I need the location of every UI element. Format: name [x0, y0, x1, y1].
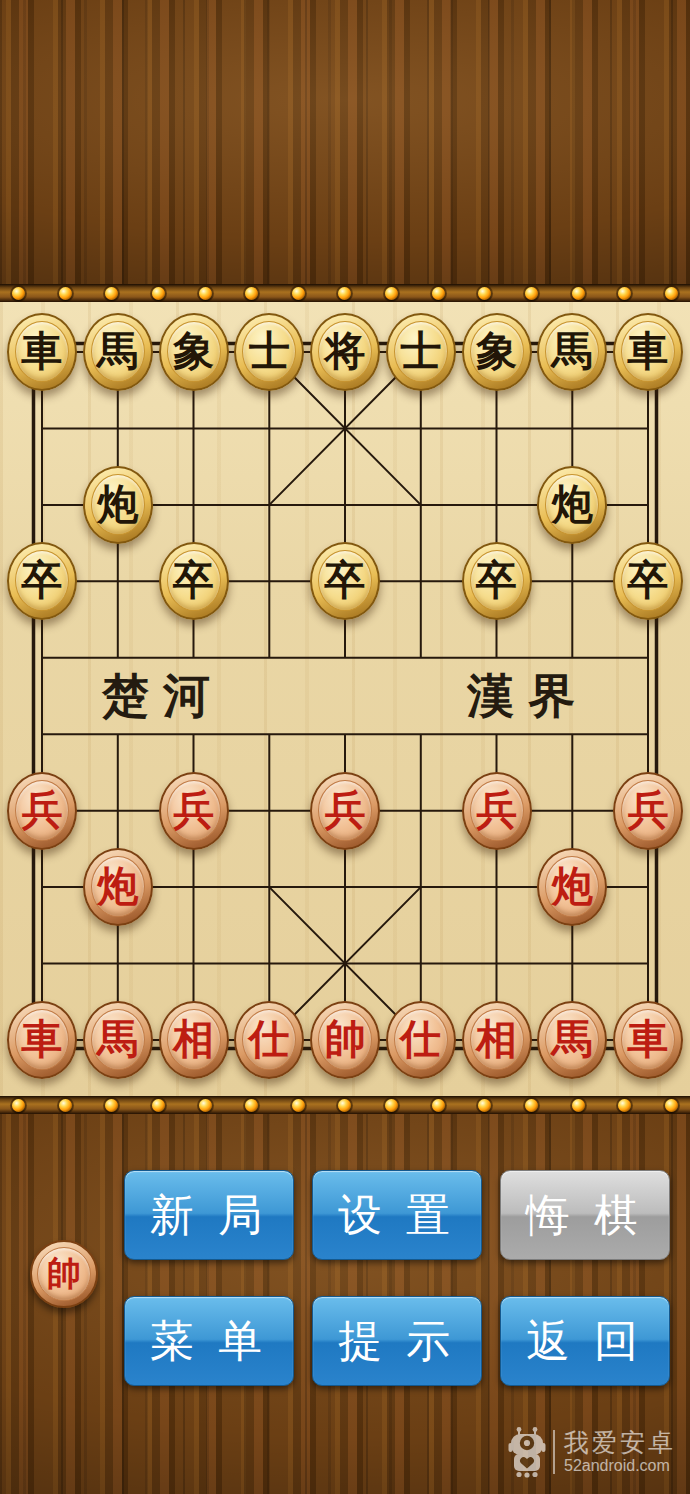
piece-glyph: 兵 — [325, 790, 366, 831]
rivet-stud — [618, 287, 631, 300]
watermark-divider — [553, 1430, 555, 1474]
turn-indicator-red-general: 帥 — [30, 1240, 98, 1308]
rivet-stud — [245, 287, 258, 300]
piece-black-general[interactable]: 将 — [310, 313, 380, 391]
rivet-stud — [618, 1099, 631, 1112]
menu-button[interactable]: 菜单 — [124, 1296, 294, 1386]
board-frame-top — [0, 284, 690, 302]
piece-red-chariot[interactable]: 車 — [7, 1001, 77, 1079]
rivet-stud — [572, 287, 585, 300]
piece-glyph: 仕 — [249, 1019, 290, 1060]
rivet-stud — [152, 287, 165, 300]
piece-glyph: 馬 — [97, 1019, 138, 1060]
piece-black-soldier[interactable]: 卒 — [310, 542, 380, 620]
piece-red-elephant[interactable]: 相 — [159, 1001, 229, 1079]
piece-glyph: 象 — [476, 331, 517, 372]
piece-glyph: 兵 — [628, 790, 669, 831]
piece-glyph: 卒 — [476, 560, 517, 601]
piece-red-horse[interactable]: 馬 — [537, 1001, 607, 1079]
rivet-stud — [385, 1099, 398, 1112]
piece-glyph: 卒 — [173, 560, 214, 601]
rivet-stud — [59, 287, 72, 300]
piece-glyph: 炮 — [97, 484, 138, 525]
river-label-left: 楚河 — [102, 665, 224, 728]
piece-glyph: 炮 — [552, 484, 593, 525]
piece-glyph: 将 — [325, 331, 366, 372]
piece-glyph: 炮 — [552, 866, 593, 907]
rivet-stud — [432, 287, 445, 300]
piece-red-horse[interactable]: 馬 — [83, 1001, 153, 1079]
wood-background-bottom: 帥 新局设置悔棋 菜单提示返回 我爱安卓 — [0, 1114, 690, 1494]
piece-red-soldier[interactable]: 兵 — [462, 772, 532, 850]
piece-red-cannon[interactable]: 炮 — [83, 848, 153, 926]
piece-glyph: 車 — [628, 1019, 669, 1060]
piece-glyph: 象 — [173, 331, 214, 372]
rivet-stud — [105, 1099, 118, 1112]
rivet-stud — [665, 1099, 678, 1112]
back-button[interactable]: 返回 — [500, 1296, 670, 1386]
piece-glyph: 卒 — [628, 560, 669, 601]
piece-glyph: 兵 — [476, 790, 517, 831]
board-frame-bottom — [0, 1096, 690, 1114]
button-row-2: 菜单提示返回 — [124, 1296, 670, 1386]
piece-black-chariot[interactable]: 車 — [613, 313, 683, 391]
new-game-button[interactable]: 新局 — [124, 1170, 294, 1260]
piece-glyph: 仕 — [400, 1019, 441, 1060]
undo-button[interactable]: 悔棋 — [500, 1170, 670, 1260]
piece-black-cannon[interactable]: 炮 — [537, 466, 607, 544]
piece-glyph: 車 — [22, 1019, 63, 1060]
piece-black-soldier[interactable]: 卒 — [159, 542, 229, 620]
piece-glyph: 馬 — [552, 331, 593, 372]
rivet-stud — [432, 1099, 445, 1112]
rivet-stud — [385, 287, 398, 300]
watermark-title: 我爱安卓 — [564, 1429, 676, 1457]
piece-glyph: 兵 — [173, 790, 214, 831]
rivet-stud — [665, 287, 678, 300]
piece-glyph: 相 — [476, 1019, 517, 1060]
river-label-right: 漢界 — [467, 665, 589, 728]
piece-black-soldier[interactable]: 卒 — [462, 542, 532, 620]
piece-glyph: 士 — [249, 331, 290, 372]
settings-button[interactable]: 设置 — [312, 1170, 482, 1260]
rivet-stud — [199, 1099, 212, 1112]
piece-glyph: 炮 — [97, 866, 138, 907]
piece-red-soldier[interactable]: 兵 — [7, 772, 77, 850]
rivet-stud — [105, 287, 118, 300]
hint-button[interactable]: 提示 — [312, 1296, 482, 1386]
piece-glyph: 兵 — [22, 790, 63, 831]
piece-red-soldier[interactable]: 兵 — [613, 772, 683, 850]
piece-glyph: 卒 — [22, 560, 63, 601]
rivet-stud — [12, 287, 25, 300]
piece-red-general[interactable]: 帥 — [310, 1001, 380, 1079]
piece-black-horse[interactable]: 馬 — [537, 313, 607, 391]
piece-red-advisor[interactable]: 仕 — [234, 1001, 304, 1079]
piece-black-advisor[interactable]: 士 — [234, 313, 304, 391]
button-row-1: 新局设置悔棋 — [124, 1170, 670, 1260]
piece-black-cannon[interactable]: 炮 — [83, 466, 153, 544]
rivet-stud — [245, 1099, 258, 1112]
watermark: 我爱安卓 52android.com — [508, 1426, 676, 1478]
rivet-stud — [292, 1099, 305, 1112]
rivet-stud — [12, 1099, 25, 1112]
piece-glyph: 帥 — [325, 1019, 366, 1060]
piece-black-soldier[interactable]: 卒 — [7, 542, 77, 620]
rivet-stud — [292, 287, 305, 300]
piece-glyph: 車 — [628, 331, 669, 372]
piece-red-chariot[interactable]: 車 — [613, 1001, 683, 1079]
piece-glyph: 士 — [400, 331, 441, 372]
piece-glyph: 卒 — [325, 560, 366, 601]
rivet-stud — [338, 1099, 351, 1112]
piece-black-chariot[interactable]: 車 — [7, 313, 77, 391]
piece-red-cannon[interactable]: 炮 — [537, 848, 607, 926]
rivet-stud — [59, 1099, 72, 1112]
rivet-stud — [525, 1099, 538, 1112]
piece-black-advisor[interactable]: 士 — [386, 313, 456, 391]
wood-background-top — [0, 0, 690, 284]
piece-black-horse[interactable]: 馬 — [83, 313, 153, 391]
piece-glyph: 馬 — [552, 1019, 593, 1060]
rivet-stud — [478, 287, 491, 300]
rivet-stud — [338, 287, 351, 300]
piece-glyph: 車 — [22, 331, 63, 372]
rivet-stud — [525, 287, 538, 300]
xiangqi-app-screen: 楚河 漢界 車馬象士将士象馬車炮炮卒卒卒卒卒兵兵兵兵兵炮炮車馬相仕帥仕相馬車 帥… — [0, 0, 690, 1494]
watermark-domain: 52android.com — [564, 1457, 676, 1475]
piece-black-elephant[interactable]: 象 — [159, 313, 229, 391]
piece-red-advisor[interactable]: 仕 — [386, 1001, 456, 1079]
xiangqi-board[interactable]: 楚河 漢界 車馬象士将士象馬車炮炮卒卒卒卒卒兵兵兵兵兵炮炮車馬相仕帥仕相馬車 — [0, 302, 690, 1096]
piece-black-soldier[interactable]: 卒 — [613, 542, 683, 620]
piece-black-elephant[interactable]: 象 — [462, 313, 532, 391]
piece-red-soldier[interactable]: 兵 — [310, 772, 380, 850]
rivet-stud — [478, 1099, 491, 1112]
piece-red-soldier[interactable]: 兵 — [159, 772, 229, 850]
piece-glyph: 馬 — [97, 331, 138, 372]
rivet-stud — [152, 1099, 165, 1112]
rivet-stud — [572, 1099, 585, 1112]
piece-glyph: 相 — [173, 1019, 214, 1060]
rivet-stud — [199, 287, 212, 300]
turn-indicator-glyph: 帥 — [47, 1257, 81, 1291]
android-mascot-icon — [508, 1426, 546, 1478]
piece-red-elephant[interactable]: 相 — [462, 1001, 532, 1079]
